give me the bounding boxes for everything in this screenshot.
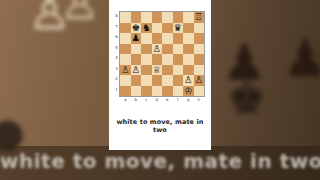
blurred-black-pawn-icon: ♟ bbox=[283, 34, 320, 84]
square-e8 bbox=[162, 12, 173, 23]
file-label-c: c bbox=[141, 97, 152, 102]
square-e5 bbox=[162, 44, 173, 55]
square-f2 bbox=[173, 75, 184, 86]
square-c7: ♞ bbox=[141, 23, 152, 34]
square-a7 bbox=[120, 23, 131, 34]
file-labels: abcdefgh bbox=[120, 97, 205, 102]
square-e7 bbox=[162, 23, 173, 34]
file-label-d: d bbox=[152, 97, 163, 102]
file-label-b: b bbox=[131, 97, 142, 102]
square-g8 bbox=[183, 12, 194, 23]
square-f6 bbox=[173, 33, 184, 44]
square-c6 bbox=[141, 33, 152, 44]
square-c4 bbox=[141, 54, 152, 65]
blurred-white-pawn-icon: ♙ bbox=[60, 0, 99, 26]
square-d3: ♕ bbox=[152, 65, 163, 76]
square-e6 bbox=[162, 33, 173, 44]
file-label-g: g bbox=[183, 97, 194, 102]
square-h7 bbox=[194, 23, 205, 34]
backdrop-echo-caption: white to move, mate in two bbox=[0, 149, 320, 173]
square-d7 bbox=[152, 23, 163, 34]
square-f7: ♛ bbox=[173, 23, 184, 34]
square-g1: ♔ bbox=[183, 86, 194, 97]
square-b5 bbox=[131, 44, 142, 55]
blurred-black-king-icon: ♚ bbox=[227, 76, 266, 120]
square-g7 bbox=[183, 23, 194, 34]
square-d8 bbox=[152, 12, 163, 23]
file-label-a: a bbox=[120, 97, 131, 102]
square-h8: ♖ bbox=[194, 12, 205, 23]
square-g6 bbox=[183, 33, 194, 44]
white-piece-p: ♙ bbox=[131, 65, 140, 76]
square-c5 bbox=[141, 44, 152, 55]
square-c1 bbox=[141, 86, 152, 97]
white-piece-p: ♙ bbox=[152, 44, 161, 55]
square-c3 bbox=[141, 65, 152, 76]
square-b1 bbox=[131, 86, 142, 97]
shorts-video-frame: ♙♙●♟♟♚ white to move, mate in two 876543… bbox=[0, 0, 320, 180]
square-h1 bbox=[194, 86, 205, 97]
chess-board: 87654321 ♖♚♞♛♟♙♙♙♕♙♙♔ abcdefgh bbox=[114, 11, 205, 102]
black-piece-n: ♞ bbox=[142, 23, 151, 34]
square-f4 bbox=[173, 54, 184, 65]
square-d1 bbox=[152, 86, 163, 97]
square-h2: ♙ bbox=[194, 75, 205, 86]
square-f1 bbox=[173, 86, 184, 97]
square-e4 bbox=[162, 54, 173, 65]
square-g4 bbox=[183, 54, 194, 65]
file-label-h: h bbox=[194, 97, 205, 102]
puzzle-caption: white to move, mate in two bbox=[109, 118, 211, 134]
square-d2 bbox=[152, 75, 163, 86]
board-grid: ♖♚♞♛♟♙♙♙♕♙♙♔ bbox=[119, 11, 205, 97]
square-a8 bbox=[120, 12, 131, 23]
square-b2 bbox=[131, 75, 142, 86]
square-d5: ♙ bbox=[152, 44, 163, 55]
square-a2 bbox=[120, 75, 131, 86]
white-piece-p: ♙ bbox=[194, 75, 203, 86]
square-c2 bbox=[141, 75, 152, 86]
square-a3: ♙ bbox=[120, 65, 131, 76]
square-e1 bbox=[162, 86, 173, 97]
square-a1 bbox=[120, 86, 131, 97]
white-piece-p: ♙ bbox=[121, 65, 130, 76]
square-b3: ♙ bbox=[131, 65, 142, 76]
black-piece-p: ♟ bbox=[131, 33, 140, 44]
square-a6 bbox=[120, 33, 131, 44]
file-label-e: e bbox=[162, 97, 173, 102]
white-piece-k: ♔ bbox=[184, 86, 193, 97]
white-piece-r: ♖ bbox=[194, 12, 203, 22]
square-g5 bbox=[183, 44, 194, 55]
square-e2 bbox=[162, 75, 173, 86]
square-f3 bbox=[173, 65, 184, 76]
file-label-f: f bbox=[173, 97, 184, 102]
square-h5 bbox=[194, 44, 205, 55]
square-a5 bbox=[120, 44, 131, 55]
video-strip: 87654321 ♖♚♞♛♟♙♙♙♕♙♙♔ abcdefgh white to … bbox=[109, 0, 211, 150]
square-b6: ♟ bbox=[131, 33, 142, 44]
square-e3 bbox=[162, 65, 173, 76]
square-f5 bbox=[173, 44, 184, 55]
black-piece-q: ♛ bbox=[173, 23, 182, 34]
white-piece-q: ♕ bbox=[152, 65, 161, 76]
square-h6 bbox=[194, 33, 205, 44]
square-h4 bbox=[194, 54, 205, 65]
